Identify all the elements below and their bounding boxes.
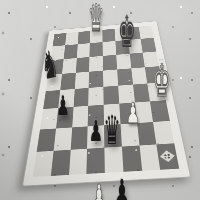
- photo-scene: CHESS ♛♚♞♚♟♟♛♟♟♟: [0, 0, 200, 200]
- piece-white-pawn-f2[interactable]: ♟: [126, 99, 140, 128]
- piece-white-pawn-captured-white[interactable]: ♟: [91, 180, 107, 200]
- piece-black-pawn-b3[interactable]: ♟: [56, 93, 69, 120]
- piece-white-king-h4[interactable]: ♚: [153, 59, 171, 103]
- piece-black-pawn-d2[interactable]: ♟: [89, 117, 103, 146]
- piece-black-king-f7[interactable]: ♚: [118, 10, 136, 54]
- pieces-layer: ♛♚♞♚♟♟♛♟♟♟: [0, 0, 200, 200]
- piece-black-knight-a5[interactable]: ♞: [41, 44, 60, 85]
- piece-black-queen-e2[interactable]: ♛: [103, 110, 120, 150]
- piece-white-queen-c8[interactable]: ♛: [88, 0, 104, 37]
- piece-black-pawn-captured-black[interactable]: ♟: [113, 174, 131, 200]
